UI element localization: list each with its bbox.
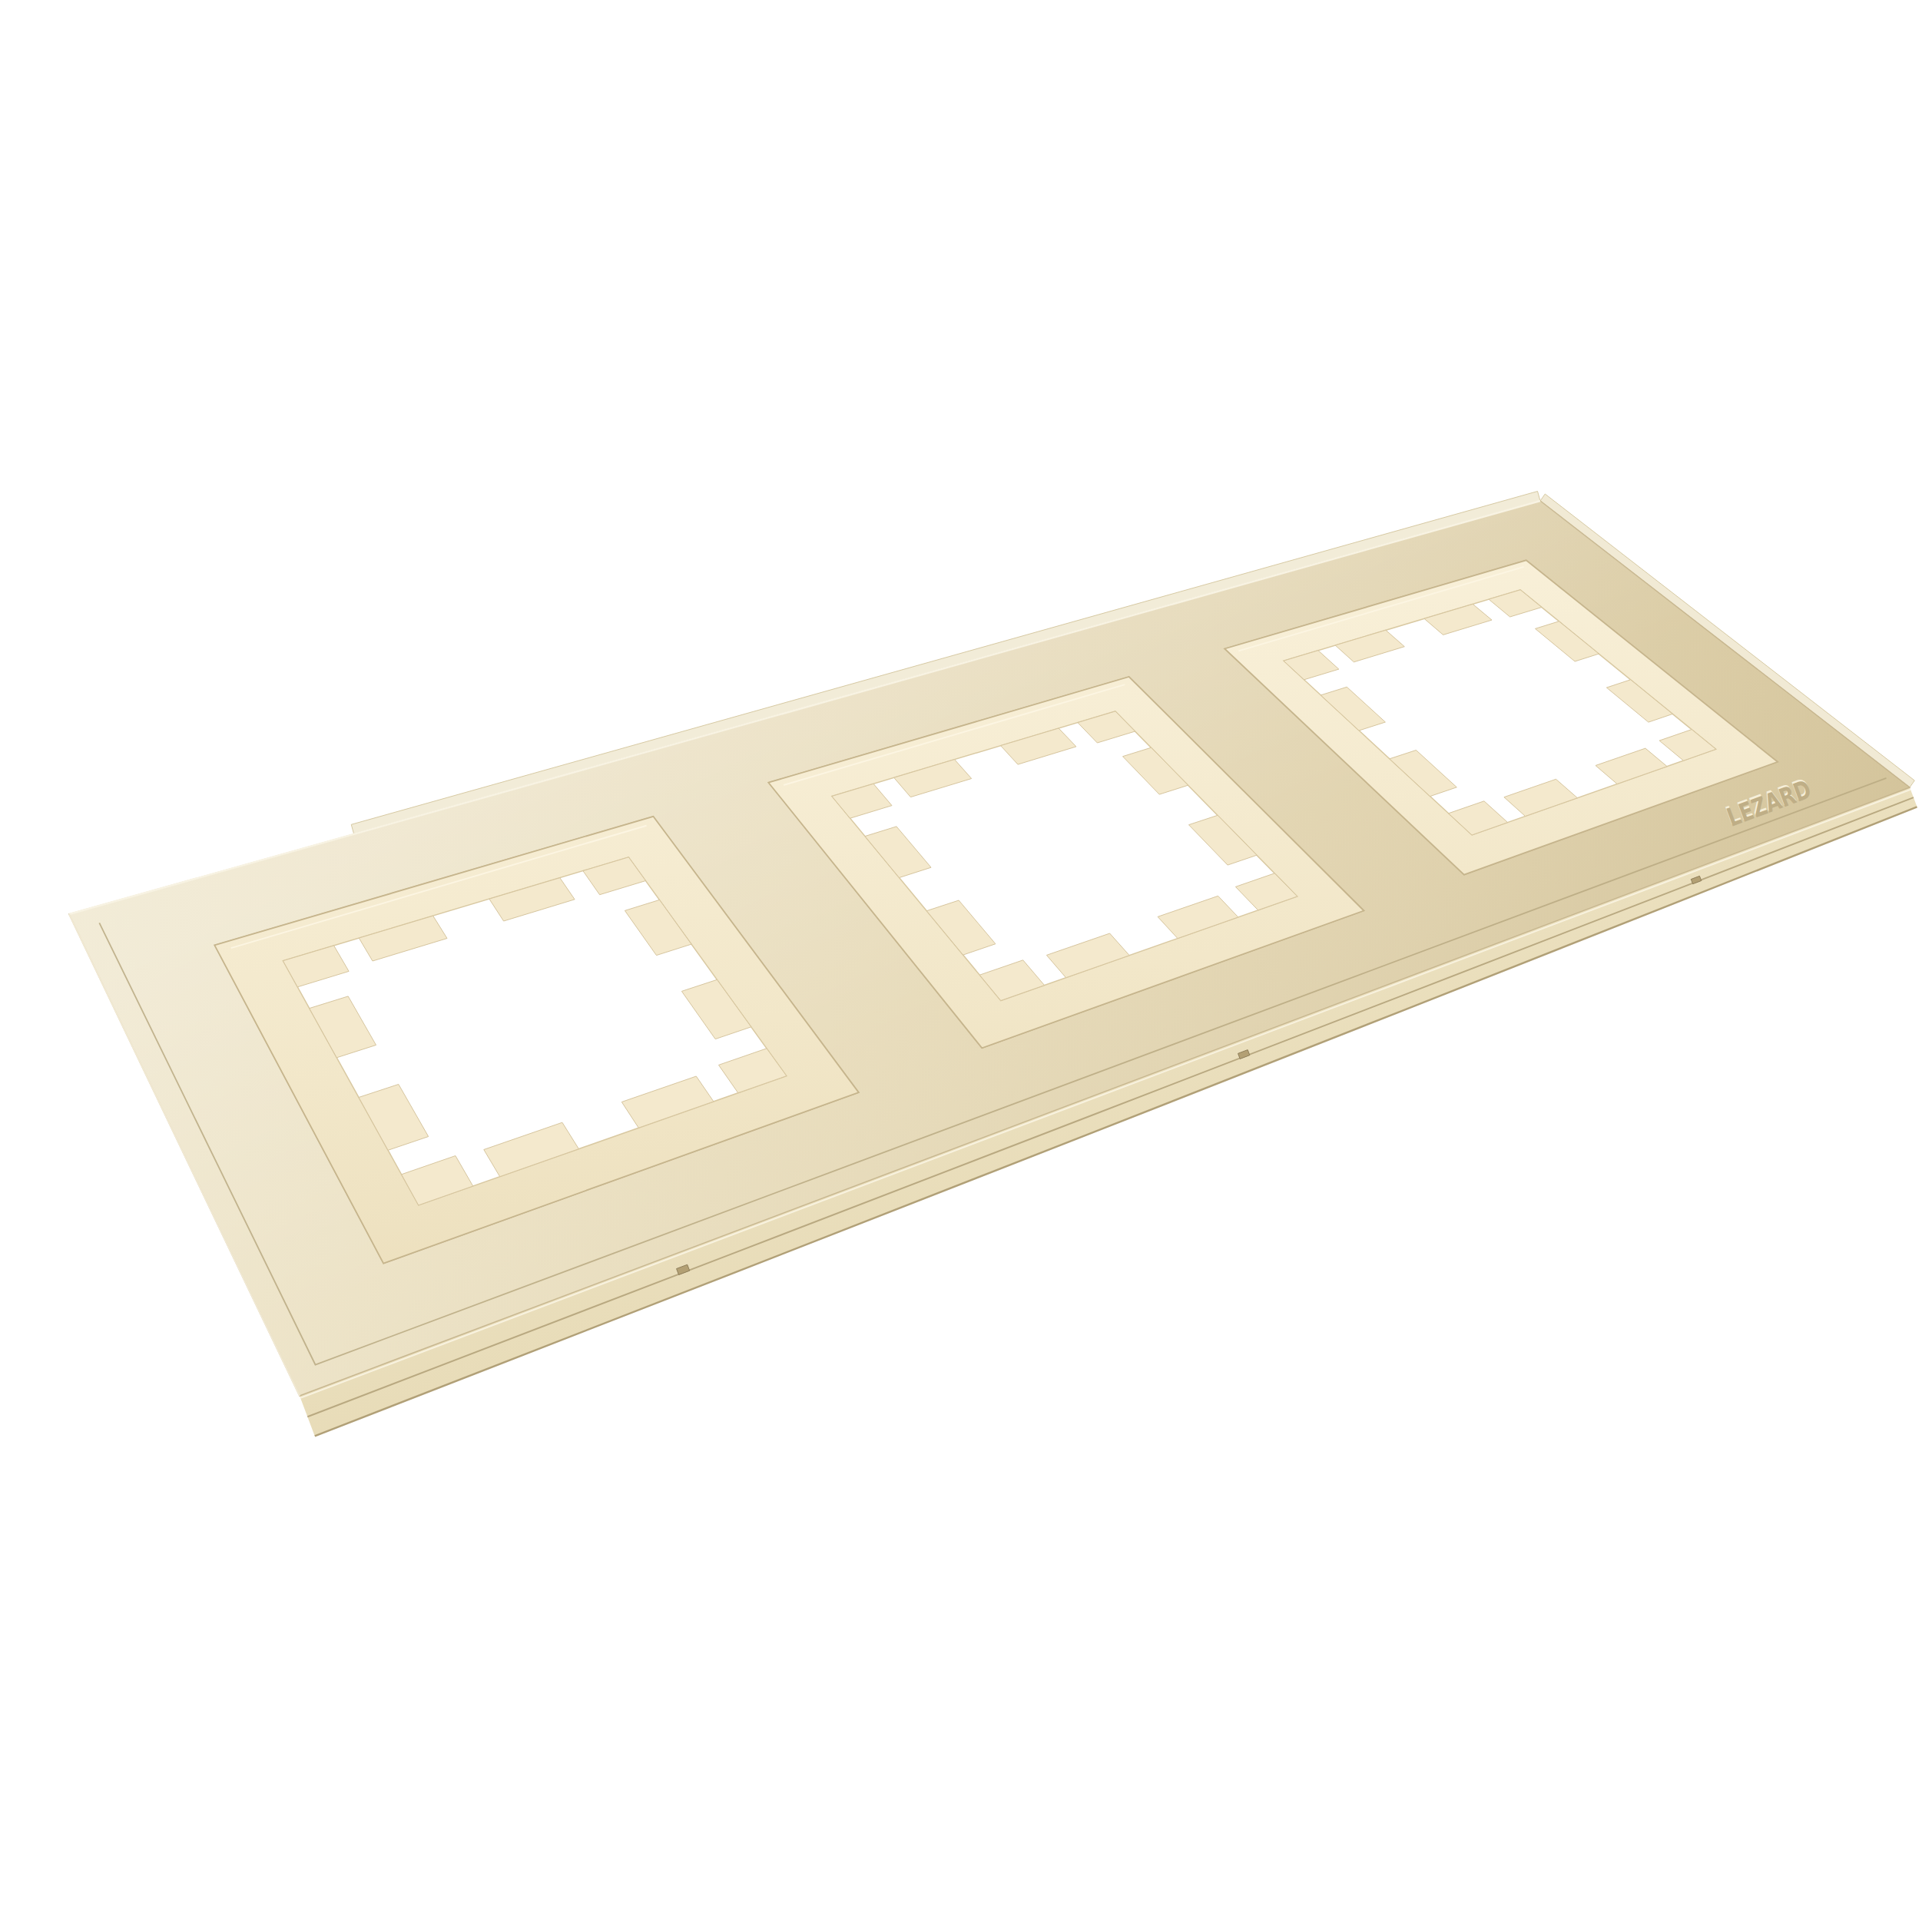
product-photo: LEZARDLEZARD — [0, 0, 1932, 1932]
wall-frame-illustration: LEZARDLEZARD — [0, 0, 1932, 1932]
